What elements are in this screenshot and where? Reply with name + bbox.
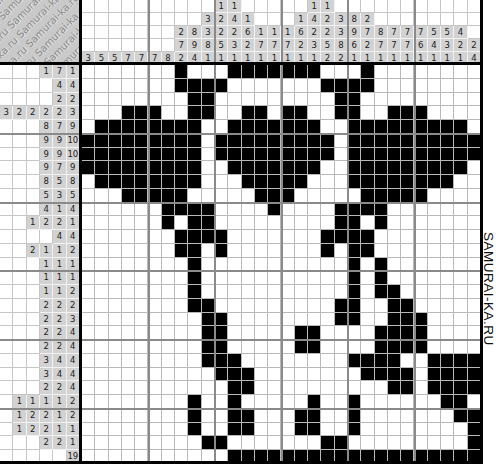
board-cell-empty[interactable] [109,106,122,120]
board-cell-filled[interactable] [282,148,295,162]
board-cell-empty[interactable] [441,299,454,313]
board-cell-empty[interactable] [428,285,441,299]
board-cell-empty[interactable] [82,340,95,354]
board-cell-filled[interactable] [109,134,122,148]
board-cell-filled[interactable] [109,148,122,162]
board-cell-filled[interactable] [388,106,401,120]
board-cell-empty[interactable] [122,299,135,313]
board-cell-empty[interactable] [175,313,188,327]
board-cell-empty[interactable] [162,436,175,450]
board-cell-filled[interactable] [215,326,228,340]
board-cell-empty[interactable] [454,244,467,258]
board-cell-empty[interactable] [295,244,308,258]
board-cell-empty[interactable] [228,106,241,120]
board-cell-empty[interactable] [82,258,95,272]
board-cell-empty[interactable] [135,423,148,437]
board-cell-filled[interactable] [348,244,361,258]
board-cell-filled[interactable] [135,120,148,134]
board-cell-filled[interactable] [428,381,441,395]
board-cell-filled[interactable] [215,313,228,327]
board-cell-filled[interactable] [375,148,388,162]
board-cell-filled[interactable] [415,148,428,162]
board-cell-empty[interactable] [228,258,241,272]
board-cell-empty[interactable] [135,258,148,272]
board-cell-empty[interactable] [441,340,454,354]
board-cell-empty[interactable] [242,340,255,354]
board-cell-filled[interactable] [228,120,241,134]
board-cell-empty[interactable] [454,65,467,79]
board-cell-empty[interactable] [468,299,481,313]
board-cell-empty[interactable] [135,326,148,340]
board-cell-empty[interactable] [122,381,135,395]
board-cell-filled[interactable] [188,258,201,272]
board-cell-filled[interactable] [202,436,215,450]
board-cell-filled[interactable] [388,175,401,189]
board-cell-filled[interactable] [348,106,361,120]
board-cell-filled[interactable] [175,203,188,217]
board-cell-empty[interactable] [135,203,148,217]
board-cell-filled[interactable] [135,161,148,175]
board-cell-filled[interactable] [135,148,148,162]
board-cell-empty[interactable] [415,368,428,382]
board-cell-empty[interactable] [401,230,414,244]
board-cell-empty[interactable] [95,409,108,423]
board-cell-empty[interactable] [415,436,428,450]
board-cell-empty[interactable] [268,258,281,272]
board-cell-empty[interactable] [308,271,321,285]
board-cell-filled[interactable] [202,106,215,120]
board-cell-filled[interactable] [348,79,361,93]
board-cell-empty[interactable] [308,79,321,93]
board-cell-empty[interactable] [361,216,374,230]
board-cell-empty[interactable] [468,340,481,354]
board-cell-empty[interactable] [282,340,295,354]
board-cell-filled[interactable] [162,161,175,175]
board-cell-empty[interactable] [228,326,241,340]
board-cell-filled[interactable] [228,354,241,368]
board-cell-filled[interactable] [321,230,334,244]
board-cell-empty[interactable] [321,106,334,120]
board-cell-empty[interactable] [255,395,268,409]
board-cell-empty[interactable] [175,258,188,272]
board-cell-empty[interactable] [82,271,95,285]
board-cell-filled[interactable] [375,340,388,354]
board-cell-empty[interactable] [295,189,308,203]
board-cell-filled[interactable] [188,148,201,162]
board-cell-filled[interactable] [308,423,321,437]
board-cell-empty[interactable] [321,271,334,285]
board-cell-empty[interactable] [308,203,321,217]
board-cell-empty[interactable] [282,299,295,313]
board-cell-empty[interactable] [149,340,162,354]
board-cell-filled[interactable] [122,161,135,175]
board-cell-empty[interactable] [242,244,255,258]
board-cell-empty[interactable] [242,326,255,340]
board-cell-filled[interactable] [242,134,255,148]
board-cell-filled[interactable] [335,203,348,217]
board-cell-filled[interactable] [454,409,467,423]
board-cell-empty[interactable] [375,79,388,93]
board-cell-filled[interactable] [95,161,108,175]
board-cell-empty[interactable] [215,161,228,175]
board-cell-empty[interactable] [215,423,228,437]
board-cell-empty[interactable] [135,354,148,368]
board-cell-filled[interactable] [308,134,321,148]
board-cell-filled[interactable] [295,340,308,354]
board-cell-empty[interactable] [428,258,441,272]
board-cell-empty[interactable] [255,216,268,230]
board-cell-empty[interactable] [335,395,348,409]
board-cell-empty[interactable] [441,409,454,423]
board-cell-empty[interactable] [255,381,268,395]
board-cell-filled[interactable] [441,134,454,148]
board-cell-empty[interactable] [348,436,361,450]
board-cell-filled[interactable] [375,326,388,340]
board-cell-filled[interactable] [135,106,148,120]
board-cell-filled[interactable] [122,134,135,148]
board-cell-empty[interactable] [82,65,95,79]
board-cell-filled[interactable] [188,106,201,120]
board-cell-empty[interactable] [228,79,241,93]
board-cell-filled[interactable] [95,148,108,162]
board-cell-empty[interactable] [308,230,321,244]
board-cell-filled[interactable] [268,134,281,148]
board-cell-filled[interactable] [348,354,361,368]
board-cell-empty[interactable] [428,79,441,93]
board-cell-empty[interactable] [255,423,268,437]
board-cell-empty[interactable] [149,326,162,340]
board-cell-empty[interactable] [135,299,148,313]
board-cell-empty[interactable] [295,299,308,313]
board-cell-empty[interactable] [162,423,175,437]
board-cell-empty[interactable] [361,93,374,107]
board-cell-filled[interactable] [175,120,188,134]
board-cell-empty[interactable] [95,299,108,313]
board-cell-empty[interactable] [82,203,95,217]
board-cell-empty[interactable] [321,326,334,340]
board-cell-empty[interactable] [268,326,281,340]
board-cell-empty[interactable] [149,368,162,382]
board-cell-filled[interactable] [95,120,108,134]
board-cell-empty[interactable] [441,189,454,203]
board-cell-empty[interactable] [468,230,481,244]
board-cell-filled[interactable] [348,409,361,423]
board-cell-filled[interactable] [454,354,467,368]
board-cell-filled[interactable] [228,395,241,409]
board-cell-filled[interactable] [255,175,268,189]
board-cell-empty[interactable] [441,258,454,272]
board-cell-empty[interactable] [242,258,255,272]
board-cell-empty[interactable] [268,354,281,368]
board-cell-empty[interactable] [415,203,428,217]
board-cell-empty[interactable] [401,423,414,437]
board-cell-filled[interactable] [415,313,428,327]
board-cell-empty[interactable] [428,106,441,120]
board-cell-empty[interactable] [321,368,334,382]
board-cell-empty[interactable] [268,381,281,395]
board-cell-empty[interactable] [361,340,374,354]
board-cell-filled[interactable] [321,148,334,162]
board-cell-empty[interactable] [454,203,467,217]
board-cell-filled[interactable] [109,161,122,175]
board-cell-empty[interactable] [135,368,148,382]
board-cell-empty[interactable] [268,244,281,258]
board-cell-empty[interactable] [308,93,321,107]
board-cell-filled[interactable] [388,285,401,299]
board-cell-filled[interactable] [162,134,175,148]
board-cell-empty[interactable] [268,93,281,107]
board-cell-filled[interactable] [109,175,122,189]
board-cell-filled[interactable] [428,120,441,134]
board-cell-filled[interactable] [401,326,414,340]
board-cell-empty[interactable] [321,423,334,437]
board-cell-filled[interactable] [308,120,321,134]
board-cell-filled[interactable] [202,326,215,340]
board-cell-filled[interactable] [149,161,162,175]
board-cell-empty[interactable] [149,395,162,409]
board-cell-empty[interactable] [109,313,122,327]
board-cell-empty[interactable] [388,436,401,450]
board-cell-filled[interactable] [202,216,215,230]
board-cell-filled[interactable] [202,230,215,244]
board-cell-empty[interactable] [242,189,255,203]
board-cell-empty[interactable] [268,216,281,230]
board-cell-filled[interactable] [268,203,281,217]
board-cell-filled[interactable] [175,230,188,244]
board-cell-filled[interactable] [242,175,255,189]
board-cell-empty[interactable] [109,216,122,230]
board-cell-filled[interactable] [175,175,188,189]
board-cell-filled[interactable] [361,230,374,244]
board-cell-filled[interactable] [454,368,467,382]
board-cell-empty[interactable] [175,271,188,285]
board-cell-empty[interactable] [135,230,148,244]
board-cell-empty[interactable] [135,313,148,327]
board-cell-empty[interactable] [149,436,162,450]
board-cell-empty[interactable] [335,340,348,354]
board-cell-empty[interactable] [282,230,295,244]
board-cell-filled[interactable] [428,368,441,382]
board-cell-empty[interactable] [428,326,441,340]
board-cell-empty[interactable] [375,423,388,437]
board-cell-empty[interactable] [228,313,241,327]
board-cell-empty[interactable] [135,285,148,299]
board-cell-filled[interactable] [149,148,162,162]
board-cell-empty[interactable] [188,340,201,354]
board-cell-empty[interactable] [321,299,334,313]
board-cell-empty[interactable] [135,395,148,409]
board-cell-empty[interactable] [454,340,467,354]
board-cell-empty[interactable] [228,436,241,450]
board-cell-empty[interactable] [95,189,108,203]
board-cell-filled[interactable] [268,148,281,162]
board-cell-empty[interactable] [202,423,215,437]
board-cell-empty[interactable] [109,368,122,382]
board-cell-filled[interactable] [308,161,321,175]
board-cell-filled[interactable] [348,93,361,107]
board-cell-filled[interactable] [202,203,215,217]
board-cell-filled[interactable] [122,106,135,120]
board-cell-empty[interactable] [175,340,188,354]
board-cell-empty[interactable] [268,409,281,423]
board-cell-empty[interactable] [122,423,135,437]
board-cell-empty[interactable] [361,313,374,327]
board-cell-filled[interactable] [415,340,428,354]
board-cell-empty[interactable] [335,271,348,285]
board-cell-empty[interactable] [175,326,188,340]
board-cell-filled[interactable] [428,148,441,162]
board-cell-empty[interactable] [441,326,454,340]
board-cell-filled[interactable] [149,134,162,148]
board-cell-filled[interactable] [428,354,441,368]
board-cell-empty[interactable] [122,258,135,272]
board-cell-filled[interactable] [202,93,215,107]
board-cell-filled[interactable] [348,313,361,327]
board-cell-empty[interactable] [388,230,401,244]
board-cell-empty[interactable] [162,409,175,423]
board-cell-filled[interactable] [361,189,374,203]
board-cell-empty[interactable] [95,395,108,409]
board-cell-empty[interactable] [295,395,308,409]
board-cell-filled[interactable] [468,423,481,437]
board-cell-filled[interactable] [175,161,188,175]
board-cell-filled[interactable] [415,134,428,148]
board-cell-empty[interactable] [95,79,108,93]
board-cell-empty[interactable] [268,299,281,313]
board-cell-filled[interactable] [335,106,348,120]
board-cell-empty[interactable] [401,395,414,409]
board-cell-empty[interactable] [149,244,162,258]
board-cell-empty[interactable] [401,409,414,423]
board-cell-empty[interactable] [454,326,467,340]
board-cell-filled[interactable] [308,326,321,340]
board-cell-filled[interactable] [468,436,481,450]
board-cell-empty[interactable] [149,65,162,79]
board-cell-filled[interactable] [255,134,268,148]
board-cell-empty[interactable] [242,216,255,230]
board-cell-empty[interactable] [122,271,135,285]
board-cell-filled[interactable] [188,79,201,93]
board-cell-empty[interactable] [135,244,148,258]
board-cell-filled[interactable] [348,395,361,409]
board-cell-filled[interactable] [295,326,308,340]
board-cell-empty[interactable] [428,395,441,409]
board-cell-filled[interactable] [215,230,228,244]
board-cell-filled[interactable] [375,175,388,189]
board-cell-filled[interactable] [188,395,201,409]
board-cell-empty[interactable] [215,175,228,189]
board-cell-filled[interactable] [82,161,95,175]
board-cell-empty[interactable] [109,395,122,409]
board-cell-empty[interactable] [149,423,162,437]
board-cell-empty[interactable] [255,409,268,423]
board-cell-empty[interactable] [135,271,148,285]
board-cell-empty[interactable] [282,436,295,450]
board-cell-empty[interactable] [82,120,95,134]
board-cell-filled[interactable] [454,148,467,162]
board-cell-empty[interactable] [335,409,348,423]
board-cell-filled[interactable] [175,134,188,148]
board-cell-empty[interactable] [375,381,388,395]
board-cell-empty[interactable] [348,340,361,354]
board-cell-empty[interactable] [321,161,334,175]
board-cell-empty[interactable] [282,381,295,395]
board-cell-empty[interactable] [175,395,188,409]
board-cell-empty[interactable] [388,258,401,272]
board-cell-empty[interactable] [162,79,175,93]
board-cell-empty[interactable] [401,203,414,217]
board-cell-filled[interactable] [348,216,361,230]
board-cell-filled[interactable] [415,161,428,175]
board-cell-empty[interactable] [255,79,268,93]
board-cell-empty[interactable] [295,93,308,107]
board-cell-empty[interactable] [428,299,441,313]
board-cell-empty[interactable] [361,258,374,272]
board-cell-filled[interactable] [295,423,308,437]
board-cell-empty[interactable] [175,216,188,230]
board-cell-filled[interactable] [441,175,454,189]
board-cell-empty[interactable] [335,244,348,258]
board-cell-empty[interactable] [95,368,108,382]
board-cell-empty[interactable] [95,93,108,107]
board-cell-empty[interactable] [308,368,321,382]
board-cell-filled[interactable] [282,65,295,79]
board-cell-filled[interactable] [375,354,388,368]
board-cell-filled[interactable] [122,148,135,162]
board-cell-empty[interactable] [415,65,428,79]
board-cell-filled[interactable] [401,340,414,354]
board-cell-filled[interactable] [361,120,374,134]
board-cell-empty[interactable] [162,93,175,107]
board-cell-empty[interactable] [242,203,255,217]
board-cell-empty[interactable] [308,381,321,395]
board-cell-filled[interactable] [188,285,201,299]
board-cell-filled[interactable] [441,368,454,382]
board-cell-filled[interactable] [348,120,361,134]
board-cell-empty[interactable] [95,203,108,217]
board-cell-empty[interactable] [348,368,361,382]
board-cell-empty[interactable] [109,326,122,340]
board-cell-empty[interactable] [415,381,428,395]
board-cell-empty[interactable] [401,244,414,258]
board-cell-filled[interactable] [255,189,268,203]
board-cell-empty[interactable] [175,409,188,423]
board-cell-empty[interactable] [162,244,175,258]
board-cell-empty[interactable] [401,354,414,368]
board-cell-filled[interactable] [255,148,268,162]
board-cell-empty[interactable] [175,285,188,299]
board-cell-empty[interactable] [375,93,388,107]
board-cell-filled[interactable] [415,175,428,189]
board-cell-empty[interactable] [321,381,334,395]
board-cell-empty[interactable] [401,271,414,285]
board-cell-empty[interactable] [428,436,441,450]
board-cell-empty[interactable] [149,258,162,272]
board-cell-empty[interactable] [321,189,334,203]
board-cell-empty[interactable] [95,216,108,230]
board-cell-empty[interactable] [348,326,361,340]
board-cell-empty[interactable] [149,230,162,244]
board-cell-empty[interactable] [122,65,135,79]
board-cell-empty[interactable] [95,106,108,120]
board-cell-filled[interactable] [162,203,175,217]
board-cell-empty[interactable] [215,409,228,423]
board-cell-empty[interactable] [441,436,454,450]
board-cell-filled[interactable] [268,175,281,189]
board-cell-empty[interactable] [308,216,321,230]
board-cell-empty[interactable] [401,436,414,450]
board-cell-empty[interactable] [242,79,255,93]
